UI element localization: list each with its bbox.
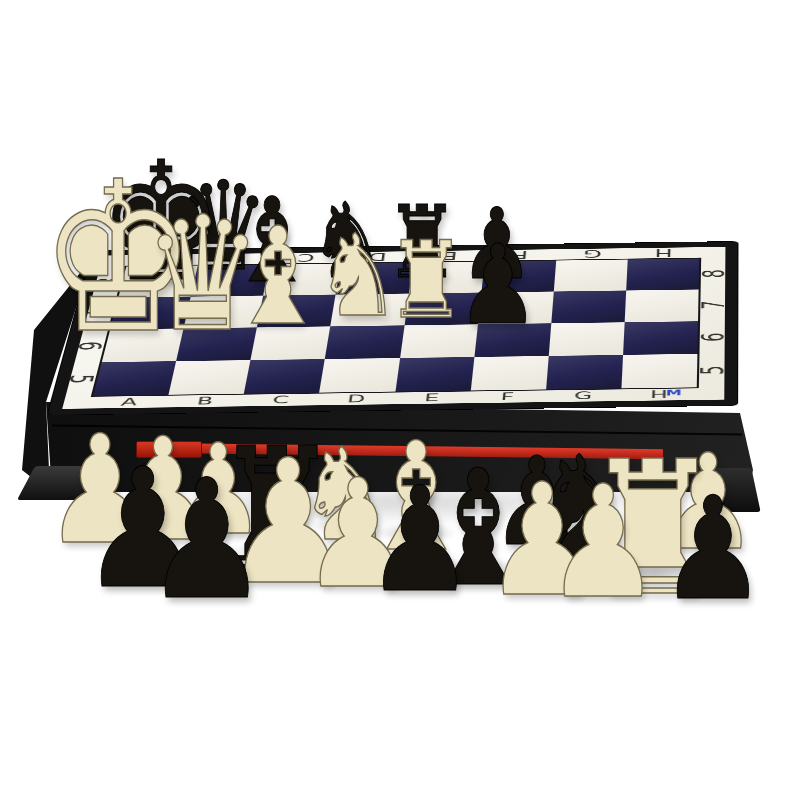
board-piece-white-rook-e7[interactable]: ♜ [386, 228, 466, 334]
tray-piece-4-black-pawn[interactable]: ♟ [145, 458, 269, 623]
board-piece-black-pawn-f7[interactable]: ♟ [457, 230, 540, 340]
scene: AABBCCDDEEFFGGHH88776655 M ♚♛♝♞♜♟♚♛♝♞♜♟♟… [0, 0, 800, 800]
board-piece-white-queen-b7[interactable]: ♛ [144, 195, 263, 353]
tray-piece-16-white-pawn[interactable]: ♟ [545, 465, 662, 620]
tray-piece-19-black-pawn[interactable]: ♟ [660, 478, 767, 620]
pieces-layer: ♚♛♝♞♜♟♚♛♝♞♜♟♟♟♟♟♟♜♟♞♟♝♟♝♟♟♞♟♜♟♟ [0, 0, 800, 800]
tray-piece-11-black-pawn[interactable]: ♟ [365, 467, 474, 612]
